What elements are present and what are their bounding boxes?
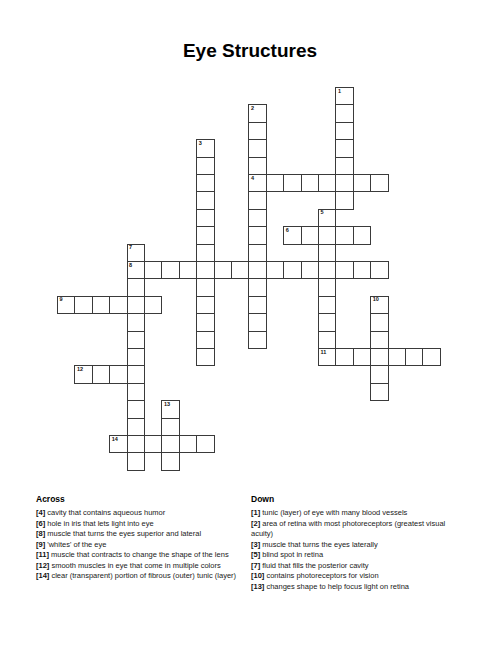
clue-item-number: [1] bbox=[251, 508, 260, 517]
across-clue-item: [4] cavity that contains aqueous humor bbox=[36, 508, 276, 519]
grid-cell[interactable] bbox=[161, 452, 179, 470]
across-clues-section: Across [4] cavity that contains aqueous … bbox=[36, 494, 276, 582]
grid-cell[interactable] bbox=[127, 383, 145, 401]
grid-cell[interactable] bbox=[318, 174, 336, 192]
grid-cell[interactable] bbox=[196, 296, 214, 314]
clue-item-number: [4] bbox=[36, 508, 45, 517]
grid-cell[interactable] bbox=[335, 348, 353, 366]
clue-number: 7 bbox=[129, 245, 132, 251]
clue-number: 9 bbox=[60, 297, 63, 303]
grid-cell[interactable] bbox=[370, 261, 388, 279]
down-clue-item: [3] muscle that turns the eyes laterally bbox=[251, 540, 456, 551]
clue-number: 8 bbox=[129, 263, 132, 269]
grid-cell[interactable]: 9 bbox=[57, 296, 75, 314]
grid-cell[interactable] bbox=[127, 365, 145, 383]
grid-cell[interactable] bbox=[318, 244, 336, 262]
clue-number: 11 bbox=[321, 350, 327, 356]
down-clue-item: [5] blind spot in retina bbox=[251, 550, 456, 561]
grid-cell[interactable]: 11 bbox=[318, 348, 336, 366]
grid-cell[interactable] bbox=[127, 313, 145, 331]
grid-cell[interactable] bbox=[248, 226, 266, 244]
grid-cell[interactable] bbox=[248, 331, 266, 349]
grid-cell[interactable] bbox=[248, 296, 266, 314]
grid-cell[interactable] bbox=[127, 348, 145, 366]
clue-item-number: [2] bbox=[251, 519, 260, 528]
grid-cell[interactable] bbox=[335, 139, 353, 157]
grid-cell[interactable] bbox=[370, 365, 388, 383]
grid-cell[interactable] bbox=[144, 435, 162, 453]
clue-item-number: [14] bbox=[36, 571, 49, 580]
grid-cell[interactable] bbox=[301, 226, 319, 244]
grid-cell[interactable] bbox=[335, 226, 353, 244]
grid-cell[interactable] bbox=[248, 313, 266, 331]
grid-cell[interactable] bbox=[248, 122, 266, 140]
grid-cell[interactable] bbox=[196, 261, 214, 279]
grid-cell[interactable] bbox=[214, 261, 232, 279]
clue-number: 10 bbox=[373, 297, 379, 303]
clue-number: 1 bbox=[338, 89, 341, 95]
grid-cell[interactable] bbox=[127, 331, 145, 349]
grid-cell[interactable] bbox=[283, 261, 301, 279]
grid-cell[interactable] bbox=[370, 331, 388, 349]
grid-cell[interactable] bbox=[248, 157, 266, 175]
across-clue-item: [12] smooth muscles in eye that come in … bbox=[36, 561, 276, 572]
grid-cell[interactable] bbox=[196, 348, 214, 366]
grid-cell[interactable] bbox=[248, 191, 266, 209]
grid-cell[interactable] bbox=[388, 348, 406, 366]
clue-number: 12 bbox=[77, 367, 83, 373]
down-clue-item: [13] changes shape to help focus light o… bbox=[251, 582, 456, 593]
grid-cell[interactable] bbox=[318, 296, 336, 314]
grid-cell[interactable] bbox=[144, 261, 162, 279]
grid-cell[interactable] bbox=[370, 348, 388, 366]
grid-cell[interactable] bbox=[248, 278, 266, 296]
grid-cell[interactable] bbox=[353, 174, 371, 192]
clue-item-number: [6] bbox=[36, 519, 45, 528]
clue-number: 6 bbox=[286, 228, 289, 234]
across-header: Across bbox=[36, 494, 276, 504]
grid-cell[interactable] bbox=[301, 261, 319, 279]
down-clue-item: [7] fluid that fills the posterior cavit… bbox=[251, 561, 456, 572]
grid-cell[interactable]: 6 bbox=[283, 226, 301, 244]
grid-cell[interactable] bbox=[127, 278, 145, 296]
grid-cell[interactable] bbox=[127, 296, 145, 314]
clue-number: 2 bbox=[251, 106, 254, 112]
grid-cell[interactable] bbox=[370, 383, 388, 401]
across-clue-item: [11] muscle that contracts to change the… bbox=[36, 550, 276, 561]
grid-cell[interactable] bbox=[109, 296, 127, 314]
grid-cell[interactable] bbox=[422, 348, 440, 366]
down-clues-section: Down [1] tunic (layer) of eye with many … bbox=[251, 494, 456, 592]
grid-cell[interactable] bbox=[179, 435, 197, 453]
grid-cell[interactable] bbox=[335, 157, 353, 175]
down-clue-item: [10] contains photoreceptors for vision bbox=[251, 571, 456, 582]
down-clue-item: [2] area of retina with most photorecept… bbox=[251, 519, 456, 540]
crossword-worksheet: Eye Structures 1243511678910121314 Acros… bbox=[0, 0, 500, 647]
grid-cell[interactable] bbox=[370, 313, 388, 331]
across-clue-list: [4] cavity that contains aqueous humor[6… bbox=[36, 508, 276, 582]
down-header: Down bbox=[251, 494, 456, 504]
clue-item-number: [13] bbox=[251, 582, 264, 591]
clue-number: 5 bbox=[321, 210, 324, 216]
across-clue-item: [14] clear (transparent) portion of fibr… bbox=[36, 571, 276, 582]
grid-cell[interactable] bbox=[144, 296, 162, 314]
grid-cell[interactable] bbox=[248, 209, 266, 227]
grid-cell[interactable] bbox=[127, 418, 145, 436]
grid-cell[interactable]: 7 bbox=[127, 244, 145, 262]
clue-number: 13 bbox=[164, 402, 170, 408]
grid-cell[interactable] bbox=[353, 348, 371, 366]
grid-cell[interactable]: 4 bbox=[248, 174, 266, 192]
down-clue-list: [1] tunic (layer) of eye with many blood… bbox=[251, 508, 456, 592]
clue-item-number: [10] bbox=[251, 571, 264, 580]
clue-number: 4 bbox=[251, 176, 254, 182]
clue-number: 3 bbox=[199, 141, 202, 147]
grid-cell[interactable] bbox=[335, 174, 353, 192]
grid-cell[interactable] bbox=[335, 261, 353, 279]
grid-cell[interactable] bbox=[301, 174, 319, 192]
grid-cell[interactable] bbox=[283, 174, 301, 192]
grid-cell[interactable] bbox=[109, 365, 127, 383]
grid-cell[interactable] bbox=[196, 331, 214, 349]
clue-item-number: [12] bbox=[36, 561, 49, 570]
grid-cell[interactable]: 3 bbox=[196, 139, 214, 157]
grid-cell[interactable] bbox=[196, 226, 214, 244]
grid-cell[interactable] bbox=[266, 174, 284, 192]
clue-item-number: [9] bbox=[36, 540, 45, 549]
grid-cell[interactable] bbox=[353, 226, 371, 244]
grid-cell[interactable] bbox=[196, 435, 214, 453]
grid-cell[interactable] bbox=[231, 261, 249, 279]
grid-cell[interactable] bbox=[318, 313, 336, 331]
grid-cell[interactable] bbox=[196, 278, 214, 296]
clue-number: 14 bbox=[112, 437, 118, 443]
grid-cell[interactable] bbox=[92, 365, 110, 383]
grid-cell[interactable]: 2 bbox=[248, 104, 266, 122]
grid-cell[interactable]: 14 bbox=[109, 435, 127, 453]
grid-cell[interactable]: 1 bbox=[335, 87, 353, 105]
across-clue-item: [9] 'whites' of the eye bbox=[36, 540, 276, 551]
grid-cell[interactable] bbox=[196, 157, 214, 175]
across-clue-item: [6] hole in iris that lets light into ey… bbox=[36, 519, 276, 530]
grid-cell[interactable] bbox=[179, 261, 197, 279]
puzzle-title: Eye Structures bbox=[0, 40, 500, 62]
grid-cell[interactable] bbox=[318, 261, 336, 279]
grid-cell[interactable] bbox=[335, 104, 353, 122]
grid-cell[interactable]: 12 bbox=[74, 365, 92, 383]
grid-cell[interactable] bbox=[335, 122, 353, 140]
grid-cell[interactable]: 5 bbox=[318, 209, 336, 227]
grid-cell[interactable] bbox=[335, 191, 353, 209]
grid-cell[interactable] bbox=[127, 435, 145, 453]
grid-cell[interactable] bbox=[248, 139, 266, 157]
down-clue-item: [1] tunic (layer) of eye with many blood… bbox=[251, 508, 456, 519]
grid-cell[interactable]: 10 bbox=[370, 296, 388, 314]
clue-item-number: [3] bbox=[251, 540, 260, 549]
grid-cell[interactable] bbox=[92, 296, 110, 314]
clue-item-number: [5] bbox=[251, 550, 260, 559]
grid-cell[interactable] bbox=[161, 261, 179, 279]
grid-cell[interactable] bbox=[370, 174, 388, 192]
grid-cell[interactable] bbox=[161, 435, 179, 453]
grid-cell[interactable] bbox=[196, 174, 214, 192]
grid-cell[interactable] bbox=[318, 278, 336, 296]
grid-cell[interactable] bbox=[196, 313, 214, 331]
grid-cell[interactable] bbox=[248, 244, 266, 262]
grid-cell[interactable] bbox=[266, 261, 284, 279]
grid-cell[interactable] bbox=[196, 191, 214, 209]
grid-cell[interactable] bbox=[318, 331, 336, 349]
grid-cell[interactable] bbox=[248, 261, 266, 279]
crossword-grid: 1243511678910121314 bbox=[57, 87, 441, 471]
grid-cell[interactable] bbox=[318, 226, 336, 244]
clue-item-number: [8] bbox=[36, 529, 45, 538]
grid-cell[interactable] bbox=[196, 244, 214, 262]
grid-cell[interactable] bbox=[196, 209, 214, 227]
grid-cell[interactable] bbox=[405, 348, 423, 366]
grid-cell[interactable] bbox=[127, 452, 145, 470]
grid-cell[interactable] bbox=[161, 418, 179, 436]
clue-item-number: [7] bbox=[251, 561, 260, 570]
grid-cell[interactable]: 13 bbox=[161, 400, 179, 418]
grid-cell[interactable] bbox=[74, 296, 92, 314]
clue-item-number: [11] bbox=[36, 550, 49, 559]
grid-cell[interactable] bbox=[127, 400, 145, 418]
grid-cell[interactable]: 8 bbox=[127, 261, 145, 279]
grid-cell[interactable] bbox=[353, 261, 371, 279]
across-clue-item: [8] muscle that turns the eyes superior … bbox=[36, 529, 276, 540]
